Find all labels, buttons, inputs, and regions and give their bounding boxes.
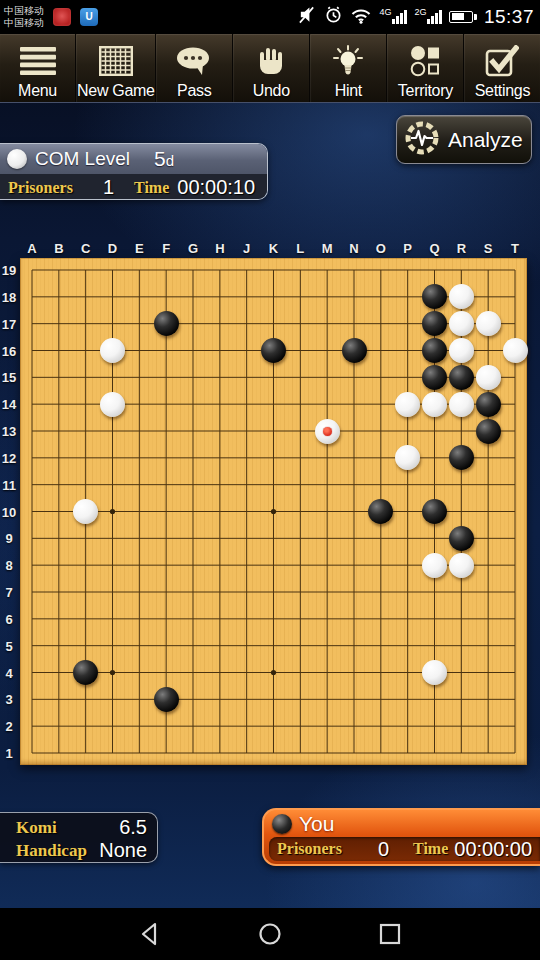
alarm-icon: [324, 5, 343, 28]
com-stats-row: Prisoners 1 Time 00:00:10: [0, 174, 267, 200]
komi-label: Komi: [16, 818, 57, 838]
row-label-11: 11: [0, 477, 18, 492]
com-time-label: Time: [134, 179, 169, 197]
android-nav-bar: [0, 908, 540, 960]
handicap-label: Handicap: [16, 841, 87, 861]
new-game-button[interactable]: New Game: [76, 34, 156, 102]
stone-white-D14: [100, 392, 125, 417]
stone-black-Q16: [422, 338, 447, 363]
hint-button[interactable]: Hint: [310, 34, 387, 102]
pass-button[interactable]: Pass: [156, 34, 233, 102]
undo-button[interactable]: Undo: [233, 34, 310, 102]
menu-icon: [20, 40, 56, 82]
settings-icon: [485, 40, 519, 82]
territory-icon: [409, 40, 441, 82]
stone-black-C4: [73, 660, 98, 685]
settings-button-label: Settings: [475, 82, 530, 100]
col-label-E: E: [135, 241, 144, 256]
stone-white-P12: [395, 445, 420, 470]
com-player-label: COM Level: [35, 148, 130, 170]
row-label-2: 2: [0, 719, 18, 734]
stones-layer: [20, 258, 527, 765]
you-time-value: 00:00:00: [454, 838, 532, 861]
col-label-O: O: [376, 241, 386, 256]
you-player-row: You: [264, 810, 540, 837]
you-time-label: Time: [413, 840, 448, 858]
col-label-L: L: [296, 241, 304, 256]
row-label-17: 17: [0, 316, 18, 331]
new-game-icon: [99, 40, 133, 82]
home-icon[interactable]: [257, 921, 283, 947]
stone-black-N16: [342, 338, 367, 363]
stone-black-F3: [154, 687, 179, 712]
stone-black-O10: [368, 499, 393, 524]
settings-button[interactable]: Settings: [464, 34, 540, 102]
stone-black-R12: [449, 445, 474, 470]
you-player-panel: You Prisoners 0 Time 00:00:00: [262, 808, 540, 866]
network-badge-4g: 4G: [379, 7, 391, 17]
signal-4g-icon: 4G: [379, 10, 407, 24]
pass-icon: [174, 40, 214, 82]
stone-white-S15: [476, 365, 501, 390]
row-label-3: 3: [0, 692, 18, 707]
undo-icon: [256, 40, 286, 82]
handicap-row: Handicap None: [16, 839, 147, 862]
stone-black-F17: [154, 311, 179, 336]
new-game-button-label: New Game: [77, 82, 155, 100]
app-icon-red: [53, 8, 71, 26]
col-label-F: F: [162, 241, 170, 256]
toolbar: Menu New Game Pass Undo Hint Territory S…: [0, 33, 540, 103]
row-label-4: 4: [0, 665, 18, 680]
stone-white-Q4: [422, 660, 447, 685]
stone-white-T16: [503, 338, 528, 363]
col-label-C: C: [81, 241, 90, 256]
row-label-10: 10: [0, 504, 18, 519]
battery-icon: [449, 11, 477, 23]
you-player-label: You: [299, 812, 334, 836]
stone-white-Q8: [422, 553, 447, 578]
stone-black-S14: [476, 392, 501, 417]
menu-button[interactable]: Menu: [0, 34, 76, 102]
stone-white-D16: [100, 338, 125, 363]
stone-white-S17: [476, 311, 501, 336]
territory-button[interactable]: Territory: [387, 34, 464, 102]
komi-value: 6.5: [119, 816, 147, 839]
stone-black-Q15: [422, 365, 447, 390]
stone-white-R16: [449, 338, 474, 363]
last-move-marker: [323, 427, 332, 436]
signal-2g-icon: 2G: [414, 10, 442, 24]
hint-icon: [331, 40, 365, 82]
com-prisoners-label: Prisoners: [8, 179, 73, 197]
col-label-M: M: [322, 241, 333, 256]
com-prisoners-value: 1: [103, 176, 114, 199]
app-icon-blue: U: [80, 8, 98, 26]
status-icons: 4G 2G 15:37: [298, 5, 534, 28]
col-label-G: G: [188, 241, 198, 256]
stone-white-R18: [449, 284, 474, 309]
undo-button-label: Undo: [253, 82, 290, 100]
carrier-labels: 中国移动 中国移动: [4, 5, 44, 29]
stone-white-R8: [449, 553, 474, 578]
stone-black-S13: [476, 419, 501, 444]
col-label-T: T: [511, 241, 519, 256]
stone-black-Q17: [422, 311, 447, 336]
back-icon[interactable]: [137, 921, 163, 947]
row-label-7: 7: [0, 585, 18, 600]
col-label-D: D: [108, 241, 117, 256]
analyze-button[interactable]: Analyze: [396, 115, 532, 164]
col-label-K: K: [269, 241, 278, 256]
row-label-13: 13: [0, 424, 18, 439]
stone-white-R17: [449, 311, 474, 336]
row-label-1: 1: [0, 746, 18, 761]
go-board[interactable]: [20, 258, 527, 765]
pass-button-label: Pass: [177, 82, 211, 100]
com-level-value: 5d: [154, 147, 174, 171]
row-label-16: 16: [0, 343, 18, 358]
stone-white-Q14: [422, 392, 447, 417]
clock-time: 15:37: [484, 6, 534, 28]
network-badge-2g: 2G: [414, 7, 426, 17]
stone-white-P14: [395, 392, 420, 417]
col-label-R: R: [457, 241, 466, 256]
stone-black-Q18: [422, 284, 447, 309]
komi-row: Komi 6.5: [16, 816, 147, 839]
white-stone-icon: [7, 149, 27, 169]
you-prisoners-label: Prisoners: [277, 840, 342, 858]
app-screen: 中国移动 中国移动 U 4G 2G 15:37 Menu: [0, 0, 540, 960]
stone-black-R15: [449, 365, 474, 390]
row-label-19: 19: [0, 263, 18, 278]
col-label-P: P: [403, 241, 412, 256]
row-label-15: 15: [0, 370, 18, 385]
col-label-B: B: [54, 241, 63, 256]
recents-icon[interactable]: [377, 921, 403, 947]
col-label-Q: Q: [429, 241, 439, 256]
stone-black-K16: [261, 338, 286, 363]
wifi-icon: [350, 6, 372, 28]
col-label-S: S: [484, 241, 493, 256]
row-label-18: 18: [0, 289, 18, 304]
row-label-6: 6: [0, 611, 18, 626]
col-label-J: J: [243, 241, 250, 256]
stone-black-Q10: [422, 499, 447, 524]
com-time-value: 00:00:10: [177, 176, 255, 199]
com-player-panel: COM Level 5d Prisoners 1 Time 00:00:10: [0, 143, 268, 200]
stone-white-R14: [449, 392, 474, 417]
col-label-H: H: [215, 241, 224, 256]
komi-panel: Komi 6.5 Handicap None: [0, 812, 158, 863]
you-prisoners-value: 0: [378, 838, 389, 861]
hint-button-label: Hint: [335, 82, 362, 100]
row-label-12: 12: [0, 450, 18, 465]
handicap-value: None: [99, 839, 147, 862]
row-label-14: 14: [0, 397, 18, 412]
menu-button-label: Menu: [18, 82, 57, 100]
com-player-row: COM Level 5d: [0, 144, 267, 174]
col-label-N: N: [349, 241, 358, 256]
row-label-9: 9: [0, 531, 18, 546]
analyze-button-label: Analyze: [448, 128, 523, 152]
analyze-icon: [403, 119, 441, 161]
carrier-line2: 中国移动: [4, 17, 44, 29]
status-bar: 中国移动 中国移动 U 4G 2G 15:37: [0, 0, 540, 33]
row-label-5: 5: [0, 638, 18, 653]
stone-white-C10: [73, 499, 98, 524]
carrier-line1: 中国移动: [4, 5, 44, 17]
territory-button-label: Territory: [398, 82, 453, 100]
mute-icon: [298, 5, 317, 28]
stone-black-R9: [449, 526, 474, 551]
you-stats-row: Prisoners 0 Time 00:00:00: [269, 837, 540, 861]
black-stone-icon: [272, 814, 292, 834]
row-label-8: 8: [0, 558, 18, 573]
col-label-A: A: [27, 241, 36, 256]
